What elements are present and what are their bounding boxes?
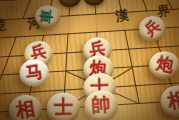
river-text-han: 漢 [114, 8, 129, 23]
piece-glyph: 相 [164, 86, 179, 116]
xiangqi-board: 楚 河 漢 界 ✛ 相士帥相士马炮炮兵兵兵車 [0, 0, 179, 120]
piece-red-general-e1[interactable]: 帥 [83, 90, 118, 120]
board-plane: 楚 河 漢 界 ✛ 相士帥相士马炮炮兵兵兵車 [0, 0, 179, 120]
xiangqi-board-photo: 楚 河 漢 界 ✛ 相士帥相士马炮炮兵兵兵車 [0, 0, 179, 120]
piece-glyph: 炮 [154, 52, 175, 78]
piece-glyph: 兵 [141, 16, 165, 40]
piece-glyph: 帥 [91, 92, 112, 119]
piece-glyph: 士 [53, 95, 72, 120]
river-text-jie: 界 [156, 4, 171, 19]
piece-glyph: 相 [13, 96, 36, 120]
piece-red-advisor-d1[interactable]: 士 [45, 92, 80, 120]
piece-glyph: 車 [38, 8, 57, 24]
piece-glyph: 马 [24, 60, 44, 85]
